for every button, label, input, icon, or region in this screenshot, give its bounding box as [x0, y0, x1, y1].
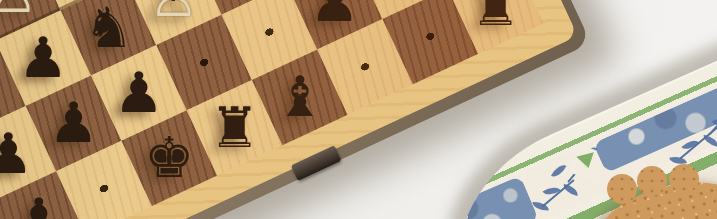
piece-black-bishop-e1[interactable]: ♝ [275, 69, 325, 125]
cookie-lobe [669, 164, 699, 194]
piece-black-pawn-a1[interactable]: ♟ [14, 191, 64, 219]
piece-white-pawn-d3[interactable]: ♙ [149, 0, 199, 25]
cookie-lobe [637, 166, 667, 196]
piece-white-pawn-b4[interactable]: ♙ [0, 0, 38, 21]
piece-black-pawn-b3[interactable]: ♟ [18, 30, 68, 86]
piece-black-knight-c3[interactable]: ♞ [83, 0, 133, 56]
piece-black-pawn-a2[interactable]: ♟ [0, 126, 34, 182]
cookie [583, 160, 717, 219]
leaf-icon [562, 184, 580, 196]
piece-black-pawn-f2[interactable]: ♟ [310, 0, 360, 30]
photo-scene: ♟♟♟♟♟♟♞♝♜♜♚♙♙ [0, 0, 717, 219]
piece-black-pawn-c2[interactable]: ♟ [114, 65, 164, 121]
piece-black-king-c1[interactable]: ♚ [144, 130, 194, 186]
cookie-lobe [607, 174, 637, 204]
leaf-icon [551, 162, 566, 180]
piece-black-rook-d1[interactable]: ♜ [209, 100, 259, 156]
piece-black-pawn-b2[interactable]: ♟ [49, 95, 99, 151]
piece-black-rook-h1[interactable]: ♜ [471, 0, 521, 34]
leaf-icon [702, 135, 717, 147]
